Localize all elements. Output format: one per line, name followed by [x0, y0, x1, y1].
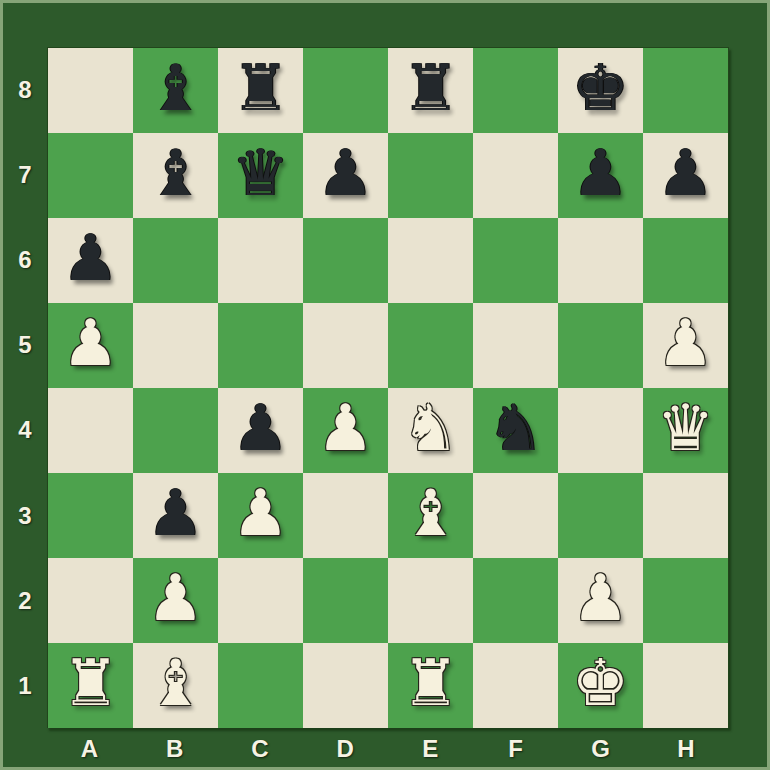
square-e8[interactable]: ♜ [388, 48, 473, 133]
white-pawn[interactable]: ♟ [572, 556, 629, 641]
square-h2[interactable] [643, 558, 728, 643]
white-knight[interactable]: ♞ [402, 386, 459, 471]
square-h3[interactable] [643, 473, 728, 558]
square-g4[interactable] [558, 388, 643, 473]
square-a6[interactable]: ♟ [48, 218, 133, 303]
square-g7[interactable]: ♟ [558, 133, 643, 218]
square-g2[interactable]: ♟ [558, 558, 643, 643]
square-f4[interactable]: ♞ [473, 388, 558, 473]
white-pawn[interactable]: ♟ [62, 301, 119, 386]
square-f5[interactable] [473, 303, 558, 388]
square-c2[interactable] [218, 558, 303, 643]
rank-label-5: 5 [3, 302, 47, 387]
square-f7[interactable] [473, 133, 558, 218]
square-e7[interactable] [388, 133, 473, 218]
chess-board-frame: ♝♜♜♚♝♛♟♟♟♟♟♟♟♟♞♞♛♟♟♝♟♟♜♝♜♚ 87654321ABCDE… [0, 0, 770, 770]
square-d4[interactable]: ♟ [303, 388, 388, 473]
square-c8[interactable]: ♜ [218, 48, 303, 133]
square-c5[interactable] [218, 303, 303, 388]
file-label-h: H [643, 728, 728, 770]
black-pawn[interactable]: ♟ [147, 471, 204, 556]
black-pawn[interactable]: ♟ [657, 131, 714, 216]
square-a5[interactable]: ♟ [48, 303, 133, 388]
square-h5[interactable]: ♟ [643, 303, 728, 388]
square-f2[interactable] [473, 558, 558, 643]
white-queen[interactable]: ♛ [657, 386, 714, 471]
square-e2[interactable] [388, 558, 473, 643]
white-pawn[interactable]: ♟ [657, 301, 714, 386]
file-label-f: F [473, 728, 558, 770]
square-g8[interactable]: ♚ [558, 48, 643, 133]
black-bishop[interactable]: ♝ [147, 46, 204, 131]
square-h7[interactable]: ♟ [643, 133, 728, 218]
white-pawn[interactable]: ♟ [147, 556, 204, 641]
square-h4[interactable]: ♛ [643, 388, 728, 473]
square-h1[interactable] [643, 643, 728, 728]
square-a7[interactable] [48, 133, 133, 218]
file-label-g: G [558, 728, 643, 770]
square-e3[interactable]: ♝ [388, 473, 473, 558]
square-f1[interactable] [473, 643, 558, 728]
square-f6[interactable] [473, 218, 558, 303]
white-rook[interactable]: ♜ [402, 641, 459, 726]
black-king[interactable]: ♚ [572, 46, 629, 131]
square-b3[interactable]: ♟ [133, 473, 218, 558]
black-queen[interactable]: ♛ [232, 131, 289, 216]
square-b2[interactable]: ♟ [133, 558, 218, 643]
square-d3[interactable] [303, 473, 388, 558]
black-pawn[interactable]: ♟ [232, 386, 289, 471]
square-b7[interactable]: ♝ [133, 133, 218, 218]
black-knight[interactable]: ♞ [487, 386, 544, 471]
square-d2[interactable] [303, 558, 388, 643]
white-king[interactable]: ♚ [572, 641, 629, 726]
square-h6[interactable] [643, 218, 728, 303]
square-c6[interactable] [218, 218, 303, 303]
square-c4[interactable]: ♟ [218, 388, 303, 473]
black-pawn[interactable]: ♟ [572, 131, 629, 216]
file-label-a: A [47, 728, 132, 770]
square-a8[interactable] [48, 48, 133, 133]
square-d8[interactable] [303, 48, 388, 133]
file-label-e: E [388, 728, 473, 770]
white-pawn[interactable]: ♟ [317, 386, 374, 471]
square-e6[interactable] [388, 218, 473, 303]
square-b6[interactable] [133, 218, 218, 303]
file-label-d: D [303, 728, 388, 770]
square-g5[interactable] [558, 303, 643, 388]
square-h8[interactable] [643, 48, 728, 133]
square-a3[interactable] [48, 473, 133, 558]
square-b5[interactable] [133, 303, 218, 388]
white-bishop[interactable]: ♝ [402, 471, 459, 556]
rank-label-8: 8 [3, 47, 47, 132]
square-f8[interactable] [473, 48, 558, 133]
white-bishop[interactable]: ♝ [147, 641, 204, 726]
square-d5[interactable] [303, 303, 388, 388]
square-d6[interactable] [303, 218, 388, 303]
file-label-c: C [217, 728, 302, 770]
rank-label-1: 1 [3, 643, 47, 728]
square-d1[interactable] [303, 643, 388, 728]
rank-label-6: 6 [3, 217, 47, 302]
square-b8[interactable]: ♝ [133, 48, 218, 133]
square-c1[interactable] [218, 643, 303, 728]
black-bishop[interactable]: ♝ [147, 131, 204, 216]
square-e1[interactable]: ♜ [388, 643, 473, 728]
square-b4[interactable] [133, 388, 218, 473]
white-rook[interactable]: ♜ [62, 641, 119, 726]
square-d7[interactable]: ♟ [303, 133, 388, 218]
square-f3[interactable] [473, 473, 558, 558]
file-label-b: B [132, 728, 217, 770]
square-g3[interactable] [558, 473, 643, 558]
rank-label-3: 3 [3, 473, 47, 558]
black-rook[interactable]: ♜ [232, 46, 289, 131]
black-pawn[interactable]: ♟ [62, 216, 119, 301]
black-rook[interactable]: ♜ [402, 46, 459, 131]
square-a2[interactable] [48, 558, 133, 643]
black-pawn[interactable]: ♟ [317, 131, 374, 216]
square-e4[interactable]: ♞ [388, 388, 473, 473]
square-a4[interactable] [48, 388, 133, 473]
chess-board: ♝♜♜♚♝♛♟♟♟♟♟♟♟♟♞♞♛♟♟♝♟♟♜♝♜♚ [47, 47, 729, 728]
square-c3[interactable]: ♟ [218, 473, 303, 558]
square-b1[interactable]: ♝ [133, 643, 218, 728]
white-pawn[interactable]: ♟ [232, 471, 289, 556]
rank-label-4: 4 [3, 387, 47, 472]
square-c7[interactable]: ♛ [218, 133, 303, 218]
rank-label-7: 7 [3, 132, 47, 217]
square-g1[interactable]: ♚ [558, 643, 643, 728]
square-a1[interactable]: ♜ [48, 643, 133, 728]
square-g6[interactable] [558, 218, 643, 303]
square-e5[interactable] [388, 303, 473, 388]
rank-label-2: 2 [3, 558, 47, 643]
